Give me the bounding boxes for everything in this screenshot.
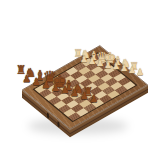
chess-board xyxy=(22,45,148,129)
hinge-icon xyxy=(47,112,49,119)
product-photo-chess-set: ♜♞♝♛♚♝♞♜♟♟♟♟♟♟♟♟♜♞♝♛♚♝♞♜♟♟♟♟♟♟♟♟ xyxy=(0,0,160,160)
board-squares xyxy=(33,52,138,122)
piece-brown-rook: ♜ xyxy=(16,65,26,77)
piece-brown-knight: ♞ xyxy=(25,67,36,80)
hinge-icon xyxy=(58,121,60,128)
piece-brown-pawn: ♟ xyxy=(23,74,32,84)
